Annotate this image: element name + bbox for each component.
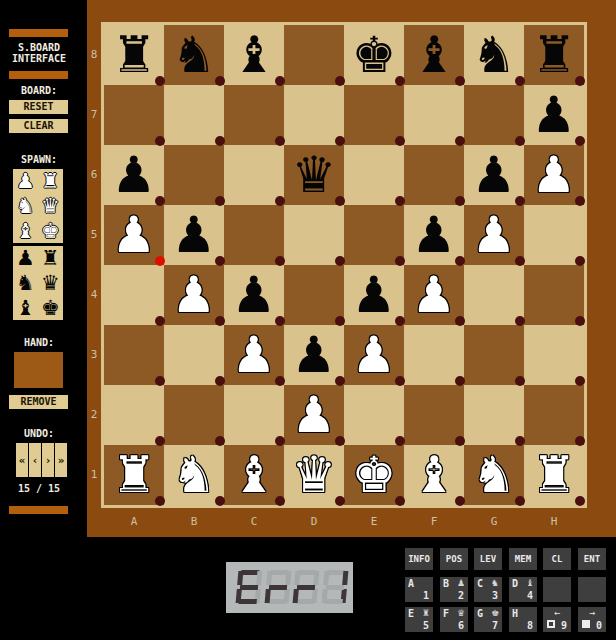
square-a1[interactable]: ♜ [104,445,164,505]
square-b8[interactable]: ♞ [164,25,224,85]
corner-led-e5 [395,256,405,266]
corner-led-c5 [275,256,285,266]
white-rook: ♜ [532,446,577,504]
key-g7[interactable]: G♚7 [474,607,502,632]
corner-led-h1 [575,496,585,506]
key-lev[interactable]: LEV [474,548,502,570]
hand-section-label: HAND: [0,337,78,348]
square-g7[interactable] [464,85,524,145]
spawn-black-rook[interactable]: ♜ [38,246,63,271]
white-pawn: ♟ [412,266,457,324]
square-f7[interactable] [404,85,464,145]
square-f5[interactable]: ♟ [404,205,464,265]
rank-label-6: 6 [85,145,103,205]
corner-led-f7 [455,136,465,146]
corner-led-g8 [515,76,525,86]
spawn-black-king[interactable]: ♚ [38,295,63,320]
chess-board: ♜♞♝♚♝♞♜♟♟♛♟♟♟♟♟♟♟♟♟♟♟♟♟♟♜♞♝♛♚♝♞♜ [104,25,584,505]
corner-led-a2 [155,436,165,446]
square-e6[interactable] [344,145,404,205]
square-c7[interactable] [224,85,284,145]
key-b2[interactable]: B♟2 [440,577,468,602]
corner-led-b2 [215,436,225,446]
corner-led-f2 [455,436,465,446]
black-pawn: ♟ [472,146,517,204]
lcd-digit-2 [264,570,291,604]
spawn-white-rook[interactable]: ♜ [38,169,63,194]
corner-led-c6 [275,196,285,206]
rook-icon: ♜ [422,608,430,618]
undo-back-button[interactable]: ‹ [29,443,41,477]
spawn-black-queen[interactable]: ♛ [38,271,63,296]
corner-led-g5 [515,256,525,266]
square-e3[interactable]: ♟ [344,325,404,385]
black-pawn: ♟ [352,266,397,324]
key-pos[interactable]: POS [440,548,468,570]
pawn-icon: ♟ [457,578,465,588]
key-d4[interactable]: D♝4 [509,577,537,602]
square-e5[interactable] [344,205,404,265]
accent-bar-bottom [9,506,68,514]
clear-button[interactable]: CLEAR [9,119,68,133]
queen-icon: ♛ [457,608,465,618]
corner-led-h5 [575,256,585,266]
black-knight: ♞ [472,26,517,84]
corner-led-c2 [275,436,285,446]
undo-count: 15 / 15 [0,483,78,494]
corner-led-e2 [395,436,405,446]
empty-square-icon [547,620,555,628]
square-f8[interactable]: ♝ [404,25,464,85]
corner-led-h3 [575,376,585,386]
square-h2[interactable] [524,385,584,445]
square-b1[interactable]: ♞ [164,445,224,505]
file-label-d: D [284,509,344,537]
spawn-black-knight[interactable]: ♞ [13,271,38,296]
square-b7[interactable] [164,85,224,145]
key-cl[interactable]: CL [543,548,571,570]
square-a3[interactable] [104,325,164,385]
square-b3[interactable] [164,325,224,385]
undo-forward-button[interactable]: › [42,443,54,477]
square-a7[interactable] [104,85,164,145]
black-pawn: ♟ [532,86,577,144]
corner-led-h4 [575,316,585,326]
accent-bar-top [9,29,68,37]
square-b2[interactable] [164,385,224,445]
square-g3[interactable] [464,325,524,385]
square-d2[interactable]: ♟ [284,385,344,445]
black-pawn: ♟ [232,266,277,324]
square-d3[interactable]: ♟ [284,325,344,385]
spawn-white-king[interactable]: ♚ [38,218,63,243]
square-d7[interactable] [284,85,344,145]
rank-label-3: 3 [85,325,103,385]
white-rook: ♜ [112,446,157,504]
square-h8[interactable]: ♜ [524,25,584,85]
white-pawn: ♟ [112,206,157,264]
white-knight: ♞ [472,446,517,504]
square-d1[interactable]: ♛ [284,445,344,505]
corner-led-a8 [155,76,165,86]
corner-led-d4 [335,316,345,326]
black-pawn: ♟ [292,326,337,384]
corner-led-d6 [335,196,345,206]
square-c4[interactable]: ♟ [224,265,284,325]
corner-led-c3 [275,376,285,386]
corner-led-d3 [335,376,345,386]
accent-bar-under-title [9,71,68,79]
file-label-b: B [164,509,224,537]
corner-led-b3 [215,376,225,386]
square-a4[interactable] [104,265,164,325]
corner-led-f4 [455,316,465,326]
square-d5[interactable] [284,205,344,265]
square-c2[interactable] [224,385,284,445]
square-h3[interactable] [524,325,584,385]
rank-label-7: 7 [85,85,103,145]
corner-led-e3 [395,376,405,386]
corner-led-b6 [215,196,225,206]
black-pawn: ♟ [112,146,157,204]
square-d8[interactable] [284,25,344,85]
square-b4[interactable]: ♟ [164,265,224,325]
corner-led-g7 [515,136,525,146]
black-king: ♚ [352,26,397,84]
square-f6[interactable] [404,145,464,205]
corner-led-b8 [215,76,225,86]
corner-led-c7 [275,136,285,146]
square-c1[interactable]: ♝ [224,445,284,505]
hand-slot[interactable] [14,352,63,388]
square-e4[interactable]: ♟ [344,265,404,325]
corner-led-e6 [395,196,405,206]
corner-led-d8 [335,76,345,86]
square-c8[interactable]: ♝ [224,25,284,85]
king-icon: ♚ [491,608,499,618]
corner-led-d2 [335,436,345,446]
square-a5[interactable]: ♟ [104,205,164,265]
key-c3[interactable]: C♞3 [474,577,502,602]
square-f4[interactable]: ♟ [404,265,464,325]
square-f3[interactable] [404,325,464,385]
key-f6[interactable]: F♛6 [440,607,468,632]
key-blank[interactable] [578,577,606,602]
square-c5[interactable] [224,205,284,265]
seven-segment-display [226,562,353,613]
rank-label-8: 8 [85,25,103,85]
corner-led-h7 [575,136,585,146]
file-label-a: A [104,509,164,537]
square-g2[interactable] [464,385,524,445]
corner-led-e4 [395,316,405,326]
knight-icon: ♞ [491,578,499,588]
black-pawn: ♟ [172,206,217,264]
corner-led-e1 [395,496,405,506]
corner-led-h8 [575,76,585,86]
square-h4[interactable] [524,265,584,325]
spawn-white-knight[interactable]: ♞ [13,194,38,219]
white-pawn: ♟ [232,326,277,384]
rank-label-2: 2 [85,385,103,445]
black-knight: ♞ [172,26,217,84]
square-e7[interactable] [344,85,404,145]
lcd-digit-4 [321,570,348,604]
key-h8[interactable]: H8 [509,607,537,632]
corner-led-e7 [395,136,405,146]
square-f2[interactable] [404,385,464,445]
white-pawn: ♟ [292,386,337,444]
square-b5[interactable]: ♟ [164,205,224,265]
key-a1[interactable]: A1 [405,577,433,602]
rank-label-1: 1 [85,445,103,505]
rank-label-4: 4 [85,265,103,325]
rank-label-5: 5 [85,205,103,265]
spawn-white-bishop[interactable]: ♝ [13,218,38,243]
spawn-palette-white: ♟♜♞♛♝♚ [13,169,63,243]
corner-led-a6 [155,196,165,206]
square-e1[interactable]: ♚ [344,445,404,505]
square-b6[interactable] [164,145,224,205]
undo-section-label: UNDO: [0,428,78,439]
file-label-c: C [224,509,284,537]
key-0[interactable]: →0 [578,607,606,632]
spawn-white-pawn[interactable]: ♟ [13,169,38,194]
file-label-h: H [524,509,584,537]
key-ent[interactable]: ENT [578,548,606,570]
square-d4[interactable] [284,265,344,325]
file-label-g: G [464,509,524,537]
corner-led-f5 [455,256,465,266]
corner-led-d5 [335,256,345,266]
key-blank[interactable] [543,577,571,602]
corner-led-g6 [515,196,525,206]
white-knight: ♞ [172,446,217,504]
square-c6[interactable] [224,145,284,205]
square-g1[interactable]: ♞ [464,445,524,505]
square-f1[interactable]: ♝ [404,445,464,505]
black-bishop: ♝ [412,26,457,84]
corner-led-a3 [155,376,165,386]
square-a8[interactable]: ♜ [104,25,164,85]
key-9[interactable]: ←9 [543,607,571,632]
corner-led-g2 [515,436,525,446]
board-interface-app: S.BOARD INTERFACE BOARD: RESET CLEAR SPA… [0,0,616,640]
square-e2[interactable] [344,385,404,445]
corner-led-b5 [215,256,225,266]
lcd-digit-3 [293,570,320,604]
app-title-line1: S.BOARD [0,42,78,53]
spawn-white-queen[interactable]: ♛ [38,194,63,219]
square-g4[interactable] [464,265,524,325]
spawn-black-bishop[interactable]: ♝ [13,295,38,320]
app-title-line2: INTERFACE [0,53,78,64]
corner-led-h6 [575,196,585,206]
left-arrow-icon: ← [543,607,571,618]
white-pawn: ♟ [472,206,517,264]
black-rook: ♜ [112,26,157,84]
square-h6[interactable]: ♟ [524,145,584,205]
spawn-black-pawn[interactable]: ♟ [13,246,38,271]
white-king: ♚ [352,446,397,504]
file-label-f: F [404,509,464,537]
white-bishop: ♝ [232,446,277,504]
undo-last-button[interactable]: » [55,443,67,477]
square-h1[interactable]: ♜ [524,445,584,505]
reset-button[interactable]: RESET [9,100,68,114]
spawn-palette-black: ♟♜♞♛♝♚ [13,246,63,320]
square-d6[interactable]: ♛ [284,145,344,205]
spawn-section-label: SPAWN: [0,154,78,165]
corner-led-g1 [515,496,525,506]
corner-led-d1 [335,496,345,506]
undo-controls: «‹›» [16,443,68,477]
square-h7[interactable]: ♟ [524,85,584,145]
white-queen: ♛ [292,446,337,504]
corner-led-a4 [155,316,165,326]
black-bishop: ♝ [232,26,277,84]
corner-led-f6 [455,196,465,206]
white-pawn: ♟ [352,326,397,384]
key-info[interactable]: INFO [405,548,433,570]
key-mem[interactable]: MEM [509,548,537,570]
black-queen: ♛ [292,146,337,204]
square-h5[interactable] [524,205,584,265]
square-c3[interactable]: ♟ [224,325,284,385]
white-pawn: ♟ [532,146,577,204]
corner-led-f1 [455,496,465,506]
corner-led-h2 [575,436,585,446]
corner-led-e8 [395,76,405,86]
undo-first-button[interactable]: « [16,443,28,477]
bishop-icon: ♝ [526,578,534,588]
remove-button[interactable]: REMOVE [9,395,68,409]
white-bishop: ♝ [412,446,457,504]
right-arrow-icon: → [578,607,606,618]
square-g5[interactable]: ♟ [464,205,524,265]
square-a6[interactable]: ♟ [104,145,164,205]
square-a2[interactable] [104,385,164,445]
corner-led-c8 [275,76,285,86]
corner-led-f3 [455,376,465,386]
black-pawn: ♟ [412,206,457,264]
corner-led-a1 [155,496,165,506]
corner-led-b4 [215,316,225,326]
key-e5[interactable]: E♜5 [405,607,433,632]
corner-led-d7 [335,136,345,146]
lcd-digit-1 [236,570,263,604]
filled-square-icon [582,620,590,628]
square-g8[interactable]: ♞ [464,25,524,85]
file-label-e: E [344,509,404,537]
corner-led-b7 [215,136,225,146]
black-rook: ♜ [532,26,577,84]
white-pawn: ♟ [172,266,217,324]
corner-led-b1 [215,496,225,506]
square-g6[interactable]: ♟ [464,145,524,205]
corner-led-f8 [455,76,465,86]
board-section-label: BOARD: [0,85,78,96]
square-e8[interactable]: ♚ [344,25,404,85]
corner-led-a7 [155,136,165,146]
corner-led-active-a5 [155,256,165,266]
corner-led-g4 [515,316,525,326]
corner-led-c4 [275,316,285,326]
corner-led-c1 [275,496,285,506]
corner-led-g3 [515,376,525,386]
